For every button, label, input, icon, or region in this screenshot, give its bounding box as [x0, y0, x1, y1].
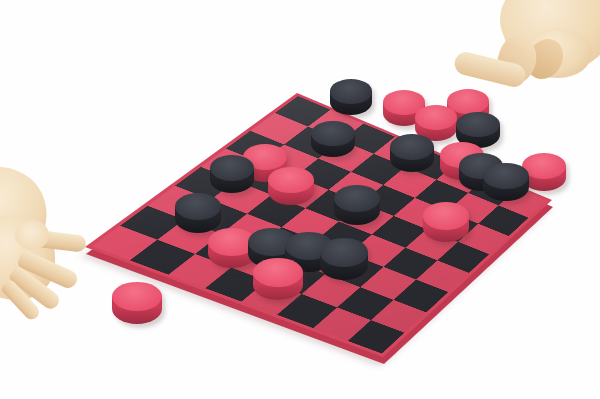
black-checker-piece[interactable] [311, 121, 354, 158]
red-checker-piece[interactable] [253, 258, 302, 300]
piece-top [390, 134, 434, 160]
red-checker-piece[interactable] [423, 202, 470, 242]
left-doll-hand [0, 175, 120, 340]
black-checker-piece[interactable] [330, 79, 372, 114]
piece-top [423, 202, 470, 229]
black-checker-piece[interactable] [334, 185, 380, 224]
black-checker-piece[interactable] [483, 163, 528, 201]
checkers-scene [0, 0, 600, 399]
piece-top [320, 238, 368, 266]
black-checker-piece[interactable] [210, 155, 255, 193]
red-checker-piece[interactable] [268, 167, 313, 206]
piece-top [311, 121, 354, 146]
left-hand-knuckle [15, 220, 49, 250]
black-checker-piece[interactable] [390, 134, 434, 171]
piece-top [253, 258, 302, 287]
right-doll-hand [440, 0, 600, 118]
black-checker-piece[interactable] [320, 238, 368, 279]
piece-top [330, 79, 372, 103]
piece-top [483, 163, 528, 189]
piece-top [268, 167, 313, 194]
